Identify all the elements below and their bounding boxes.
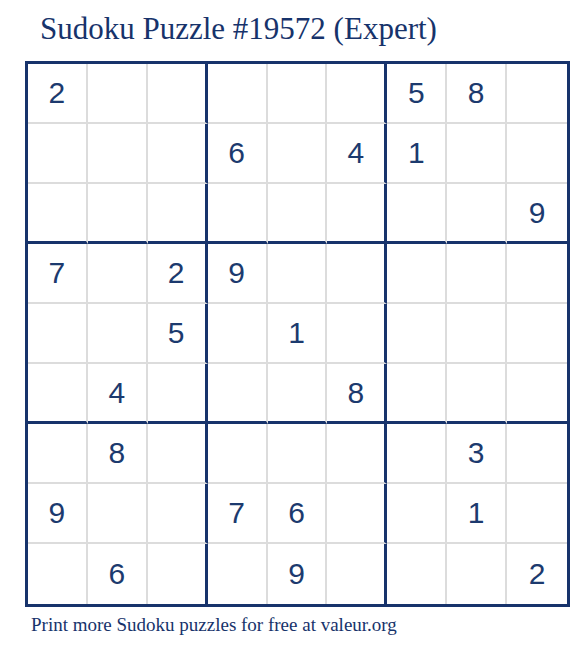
cell-r3c4-empty (208, 184, 268, 244)
cell-r4c9-empty (507, 244, 567, 304)
cell-r2c7-given: 1 (387, 124, 447, 184)
cell-r1c3-empty (148, 64, 208, 124)
cell-r2c9-empty (507, 124, 567, 184)
cell-r5c2-empty (88, 304, 148, 364)
cell-r7c8-given: 3 (447, 424, 507, 484)
cell-r3c1-empty (28, 184, 88, 244)
cell-r8c7-empty (387, 484, 447, 544)
cell-r4c5-empty (268, 244, 328, 304)
cell-r1c4-empty (208, 64, 268, 124)
cell-r3c2-empty (88, 184, 148, 244)
cell-r1c6-empty (327, 64, 387, 124)
cell-r6c3-empty (148, 364, 208, 424)
cell-r3c8-empty (447, 184, 507, 244)
cell-r2c5-empty (268, 124, 328, 184)
cell-r5c4-empty (208, 304, 268, 364)
cell-r8c3-empty (148, 484, 208, 544)
cell-r7c4-empty (208, 424, 268, 484)
cell-r9c2-given: 6 (88, 544, 148, 604)
cell-r7c2-given: 8 (88, 424, 148, 484)
cell-r4c2-empty (88, 244, 148, 304)
cell-r5c9-empty (507, 304, 567, 364)
cell-r5c3-given: 5 (148, 304, 208, 364)
cell-r5c1-empty (28, 304, 88, 364)
cell-r5c5-given: 1 (268, 304, 328, 364)
cell-r4c6-empty (327, 244, 387, 304)
cell-r4c8-empty (447, 244, 507, 304)
cell-r6c5-empty (268, 364, 328, 424)
cell-r8c5-given: 6 (268, 484, 328, 544)
cell-r9c6-empty (327, 544, 387, 604)
cell-r4c1-given: 7 (28, 244, 88, 304)
cell-r9c4-empty (208, 544, 268, 604)
cell-r2c4-given: 6 (208, 124, 268, 184)
cell-r5c8-empty (447, 304, 507, 364)
cell-r7c5-empty (268, 424, 328, 484)
cell-r3c7-empty (387, 184, 447, 244)
cell-r4c7-empty (387, 244, 447, 304)
cell-r2c8-empty (447, 124, 507, 184)
cell-r2c3-empty (148, 124, 208, 184)
cell-r2c6-given: 4 (327, 124, 387, 184)
cell-r8c6-empty (327, 484, 387, 544)
cell-r3c6-empty (327, 184, 387, 244)
cell-r2c1-empty (28, 124, 88, 184)
cell-r2c2-empty (88, 124, 148, 184)
cell-r4c3-given: 2 (148, 244, 208, 304)
cell-r6c6-given: 8 (327, 364, 387, 424)
cell-r1c8-given: 8 (447, 64, 507, 124)
sudoku-board: 25864197295148839761692 (25, 61, 570, 607)
page-title: Sudoku Puzzle #19572 (Expert) (40, 10, 437, 48)
cell-r7c6-empty (327, 424, 387, 484)
cell-r7c3-empty (148, 424, 208, 484)
cell-r4c4-given: 9 (208, 244, 268, 304)
cell-r1c7-given: 5 (387, 64, 447, 124)
cell-r7c9-empty (507, 424, 567, 484)
footer-text: Print more Sudoku puzzles for free at va… (31, 613, 397, 637)
cell-r9c5-given: 9 (268, 544, 328, 604)
cell-r9c3-empty (148, 544, 208, 604)
cell-r8c1-given: 9 (28, 484, 88, 544)
sudoku-page: Sudoku Puzzle #19572 (Expert) 2586419729… (0, 0, 580, 651)
cell-r3c5-empty (268, 184, 328, 244)
cell-r5c6-empty (327, 304, 387, 364)
cell-r6c1-empty (28, 364, 88, 424)
cell-r3c3-empty (148, 184, 208, 244)
cell-r1c2-empty (88, 64, 148, 124)
cell-r7c7-empty (387, 424, 447, 484)
cell-r1c5-empty (268, 64, 328, 124)
cell-r8c4-given: 7 (208, 484, 268, 544)
cell-r8c2-empty (88, 484, 148, 544)
cell-r6c7-empty (387, 364, 447, 424)
cell-r9c9-given: 2 (507, 544, 567, 604)
cell-r6c2-given: 4 (88, 364, 148, 424)
cell-r9c7-empty (387, 544, 447, 604)
cell-r8c8-given: 1 (447, 484, 507, 544)
cell-r7c1-empty (28, 424, 88, 484)
cell-r3c9-given: 9 (507, 184, 567, 244)
cell-r9c1-empty (28, 544, 88, 604)
cell-r1c1-given: 2 (28, 64, 88, 124)
cell-r1c9-empty (507, 64, 567, 124)
cell-r5c7-empty (387, 304, 447, 364)
cell-r6c9-empty (507, 364, 567, 424)
cell-r6c8-empty (447, 364, 507, 424)
cell-r9c8-empty (447, 544, 507, 604)
cell-r8c9-empty (507, 484, 567, 544)
cell-r6c4-empty (208, 364, 268, 424)
